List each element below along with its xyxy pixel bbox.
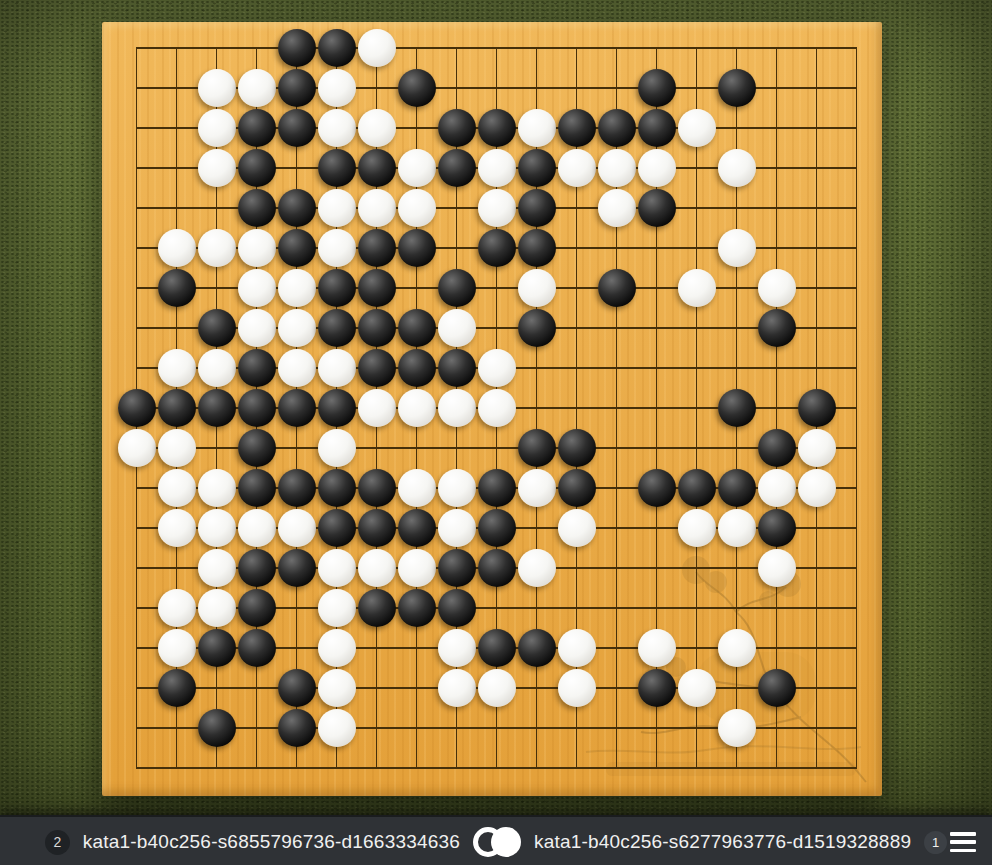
stone-white xyxy=(438,629,476,667)
stone-white xyxy=(478,349,516,387)
stone-black xyxy=(358,149,396,187)
stone-black xyxy=(638,69,676,107)
stone-black xyxy=(478,509,516,547)
stone-black xyxy=(318,29,356,67)
stone-white xyxy=(318,229,356,267)
stone-black xyxy=(438,109,476,147)
stone-white xyxy=(198,549,236,587)
stone-white xyxy=(278,269,316,307)
stone-white xyxy=(318,669,356,707)
stone-white xyxy=(398,189,436,227)
grid-line xyxy=(776,47,778,769)
stone-black xyxy=(278,189,316,227)
stone-black xyxy=(598,109,636,147)
stone-black xyxy=(638,469,676,507)
stone-white xyxy=(318,69,356,107)
stone-black xyxy=(278,709,316,747)
black-engine-label: kata1-b40c256-s6855796736-d1663334636 xyxy=(83,831,460,853)
stone-white xyxy=(358,109,396,147)
stone-black xyxy=(238,549,276,587)
stone-white xyxy=(798,429,836,467)
stone-black xyxy=(358,589,396,627)
stone-white xyxy=(118,429,156,467)
stone-white xyxy=(438,669,476,707)
stone-black xyxy=(238,349,276,387)
stone-black xyxy=(438,149,476,187)
stone-black xyxy=(278,229,316,267)
stone-black xyxy=(278,469,316,507)
stone-black xyxy=(478,469,516,507)
stone-black xyxy=(118,389,156,427)
stone-white xyxy=(518,469,556,507)
stone-black xyxy=(638,669,676,707)
stone-black xyxy=(198,389,236,427)
stone-white xyxy=(158,469,196,507)
stone-white xyxy=(478,669,516,707)
stone-black xyxy=(158,389,196,427)
stone-white xyxy=(558,669,596,707)
stone-white xyxy=(318,189,356,227)
stone-black xyxy=(638,109,676,147)
stone-white xyxy=(318,109,356,147)
stone-white xyxy=(598,149,636,187)
stone-black xyxy=(558,429,596,467)
stone-black xyxy=(718,69,756,107)
stone-white xyxy=(678,509,716,547)
stone-black xyxy=(758,309,796,347)
stone-black xyxy=(278,549,316,587)
stone-black xyxy=(758,669,796,707)
stone-white xyxy=(198,509,236,547)
stone-white xyxy=(198,69,236,107)
stone-white xyxy=(318,629,356,667)
stone-black xyxy=(398,349,436,387)
stone-white xyxy=(158,509,196,547)
stone-white xyxy=(438,389,476,427)
stone-black xyxy=(518,229,556,267)
stone-white xyxy=(598,189,636,227)
stone-white xyxy=(158,229,196,267)
stone-white xyxy=(678,109,716,147)
stone-black xyxy=(318,509,356,547)
stone-black xyxy=(638,189,676,227)
stone-black xyxy=(558,109,596,147)
stone-white xyxy=(718,509,756,547)
stone-white xyxy=(398,149,436,187)
stone-black xyxy=(318,149,356,187)
stone-white xyxy=(318,709,356,747)
stone-white xyxy=(678,669,716,707)
stone-white xyxy=(238,309,276,347)
stone-black xyxy=(318,469,356,507)
grid-line xyxy=(856,47,858,769)
stone-white xyxy=(358,189,396,227)
stone-white xyxy=(758,549,796,587)
stone-white xyxy=(278,509,316,547)
stone-white xyxy=(198,589,236,627)
color-swap-toggle[interactable] xyxy=(473,827,521,857)
stone-black xyxy=(398,589,436,627)
stone-white xyxy=(238,229,276,267)
grid-line xyxy=(696,47,698,769)
stone-white xyxy=(318,549,356,587)
stone-black xyxy=(438,269,476,307)
stone-white xyxy=(558,629,596,667)
stone-white xyxy=(398,389,436,427)
stone-black xyxy=(478,229,516,267)
stone-white xyxy=(318,349,356,387)
stone-white xyxy=(718,229,756,267)
stone-black xyxy=(238,189,276,227)
stone-black xyxy=(358,269,396,307)
stone-white xyxy=(478,149,516,187)
stone-black xyxy=(478,549,516,587)
stone-white xyxy=(278,309,316,347)
stone-black xyxy=(438,349,476,387)
stone-black xyxy=(598,269,636,307)
stone-black xyxy=(478,629,516,667)
status-bar: 2 kata1-b40c256-s6855796736-d1663334636 … xyxy=(0,815,992,865)
stone-black xyxy=(158,669,196,707)
stone-black xyxy=(518,189,556,227)
stone-black xyxy=(238,109,276,147)
stone-white xyxy=(638,149,676,187)
stone-black xyxy=(318,269,356,307)
stone-black xyxy=(398,509,436,547)
stone-black xyxy=(198,629,236,667)
stone-black xyxy=(278,669,316,707)
stone-white xyxy=(718,149,756,187)
stone-white xyxy=(758,469,796,507)
stone-white xyxy=(718,709,756,747)
stone-white xyxy=(158,629,196,667)
stone-white xyxy=(438,509,476,547)
stone-white xyxy=(198,469,236,507)
stone-black xyxy=(278,389,316,427)
stone-white xyxy=(398,469,436,507)
stone-white xyxy=(358,549,396,587)
stone-black xyxy=(398,309,436,347)
stone-white xyxy=(198,109,236,147)
grid-line xyxy=(136,767,858,769)
stone-black xyxy=(238,589,276,627)
stone-black xyxy=(238,149,276,187)
stone-white xyxy=(478,189,516,227)
stone-black xyxy=(438,589,476,627)
stone-white xyxy=(278,349,316,387)
stone-black xyxy=(238,429,276,467)
stone-black xyxy=(518,429,556,467)
stone-black xyxy=(358,509,396,547)
stone-black xyxy=(358,229,396,267)
stone-black xyxy=(438,549,476,587)
stone-white xyxy=(158,429,196,467)
white-circle-icon xyxy=(491,827,521,857)
stone-black xyxy=(758,509,796,547)
stone-black xyxy=(198,309,236,347)
stone-white xyxy=(158,349,196,387)
stone-black xyxy=(238,469,276,507)
stone-black xyxy=(358,309,396,347)
stone-black xyxy=(358,469,396,507)
stone-white xyxy=(198,229,236,267)
stone-white xyxy=(358,389,396,427)
stone-black xyxy=(518,149,556,187)
stone-black xyxy=(358,349,396,387)
stone-black xyxy=(558,469,596,507)
stone-white xyxy=(718,629,756,667)
stone-white xyxy=(438,309,476,347)
stone-white xyxy=(438,469,476,507)
stone-black xyxy=(398,69,436,107)
board-grid[interactable] xyxy=(102,22,882,796)
stone-black xyxy=(518,309,556,347)
stone-white xyxy=(798,469,836,507)
stone-black xyxy=(478,109,516,147)
stone-black xyxy=(198,709,236,747)
stone-white xyxy=(678,269,716,307)
stone-white xyxy=(198,149,236,187)
stone-black xyxy=(278,69,316,107)
stone-black xyxy=(238,389,276,427)
stone-white xyxy=(158,589,196,627)
stone-black xyxy=(158,269,196,307)
stone-white xyxy=(358,29,396,67)
stone-black xyxy=(318,309,356,347)
stone-white xyxy=(518,269,556,307)
stone-white xyxy=(518,549,556,587)
black-engine-count-badge: 2 xyxy=(45,830,70,855)
stone-white xyxy=(238,269,276,307)
stone-white xyxy=(758,269,796,307)
hamburger-menu-icon[interactable] xyxy=(950,832,976,852)
stone-white xyxy=(238,69,276,107)
stone-white xyxy=(238,509,276,547)
stone-white xyxy=(398,549,436,587)
stone-black xyxy=(318,389,356,427)
stone-black xyxy=(278,109,316,147)
stone-black xyxy=(718,469,756,507)
stone-white xyxy=(558,509,596,547)
stone-black xyxy=(678,469,716,507)
stone-white xyxy=(318,589,356,627)
white-engine-count-badge: 1 xyxy=(924,831,947,854)
grass-table-background xyxy=(0,0,992,815)
stone-black xyxy=(798,389,836,427)
stone-white xyxy=(198,349,236,387)
white-engine-label: kata1-b40c256-s6277963776-d1519328889 xyxy=(534,831,911,853)
go-board[interactable] xyxy=(102,22,882,796)
stone-white xyxy=(318,429,356,467)
stone-black xyxy=(758,429,796,467)
stone-white xyxy=(478,389,516,427)
stone-black xyxy=(238,629,276,667)
stone-black xyxy=(398,229,436,267)
stone-white xyxy=(558,149,596,187)
stone-black xyxy=(718,389,756,427)
stone-white xyxy=(638,629,676,667)
stone-black xyxy=(518,629,556,667)
stone-black xyxy=(278,29,316,67)
stone-white xyxy=(518,109,556,147)
